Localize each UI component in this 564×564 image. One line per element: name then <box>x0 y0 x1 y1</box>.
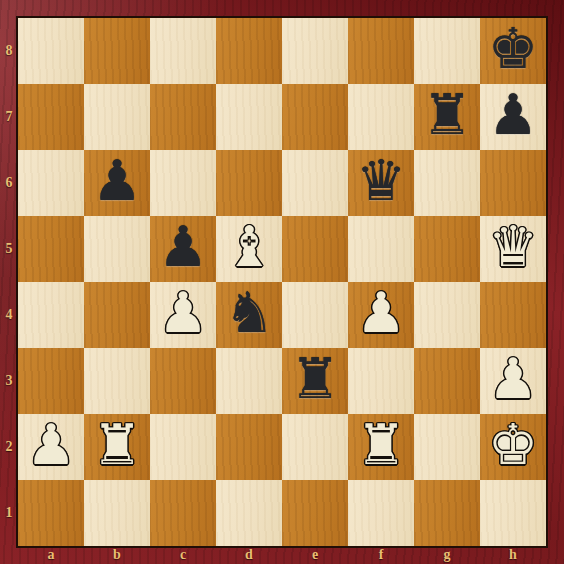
square-c8[interactable] <box>150 18 216 84</box>
square-g2[interactable] <box>414 414 480 480</box>
piece-white-pawn-icon[interactable]: ♟ <box>26 412 76 478</box>
piece-white-pawn-icon[interactable]: ♟ <box>158 280 208 346</box>
square-b2[interactable]: ♜ <box>84 414 150 480</box>
square-c5[interactable]: ♟ <box>150 216 216 282</box>
square-h6[interactable] <box>480 150 546 216</box>
rank-label-8: 8 <box>0 18 18 84</box>
piece-white-king-icon[interactable]: ♚ <box>488 412 538 478</box>
square-f8[interactable] <box>348 18 414 84</box>
chess-board: ♚♜♟♟♛♟♝♛♟♞♟♜♟♟♜♜♚ <box>18 18 546 546</box>
file-label-c: c <box>150 546 216 564</box>
square-g5[interactable] <box>414 216 480 282</box>
square-f6[interactable]: ♛ <box>348 150 414 216</box>
piece-white-rook-icon[interactable]: ♜ <box>92 412 142 478</box>
square-h8[interactable]: ♚ <box>480 18 546 84</box>
square-g4[interactable] <box>414 282 480 348</box>
piece-black-rook-icon[interactable]: ♜ <box>422 82 472 148</box>
square-c7[interactable] <box>150 84 216 150</box>
square-g3[interactable] <box>414 348 480 414</box>
piece-white-rook-icon[interactable]: ♜ <box>356 412 406 478</box>
square-b8[interactable] <box>84 18 150 84</box>
square-f5[interactable] <box>348 216 414 282</box>
rank-label-3: 3 <box>0 348 18 414</box>
square-h5[interactable]: ♛ <box>480 216 546 282</box>
square-a6[interactable] <box>18 150 84 216</box>
square-f1[interactable] <box>348 480 414 546</box>
square-a3[interactable] <box>18 348 84 414</box>
square-h1[interactable] <box>480 480 546 546</box>
square-b3[interactable] <box>84 348 150 414</box>
square-h3[interactable]: ♟ <box>480 348 546 414</box>
square-h4[interactable] <box>480 282 546 348</box>
square-g7[interactable]: ♜ <box>414 84 480 150</box>
square-d6[interactable] <box>216 150 282 216</box>
piece-black-knight-icon[interactable]: ♞ <box>224 280 274 346</box>
square-e1[interactable] <box>282 480 348 546</box>
square-g8[interactable] <box>414 18 480 84</box>
square-d8[interactable] <box>216 18 282 84</box>
square-g1[interactable] <box>414 480 480 546</box>
rank-label-7: 7 <box>0 84 18 150</box>
square-d5[interactable]: ♝ <box>216 216 282 282</box>
piece-black-king-icon[interactable]: ♚ <box>488 16 538 82</box>
square-f3[interactable] <box>348 348 414 414</box>
piece-white-queen-icon[interactable]: ♛ <box>488 214 538 280</box>
square-b1[interactable] <box>84 480 150 546</box>
square-b6[interactable]: ♟ <box>84 150 150 216</box>
square-a8[interactable] <box>18 18 84 84</box>
square-c6[interactable] <box>150 150 216 216</box>
square-a7[interactable] <box>18 84 84 150</box>
square-b5[interactable] <box>84 216 150 282</box>
square-e4[interactable] <box>282 282 348 348</box>
file-label-a: a <box>18 546 84 564</box>
square-b7[interactable] <box>84 84 150 150</box>
piece-white-pawn-icon[interactable]: ♟ <box>356 280 406 346</box>
square-e3[interactable]: ♜ <box>282 348 348 414</box>
rank-label-1: 1 <box>0 480 18 546</box>
square-f7[interactable] <box>348 84 414 150</box>
square-d4[interactable]: ♞ <box>216 282 282 348</box>
piece-black-queen-icon[interactable]: ♛ <box>356 148 406 214</box>
square-a4[interactable] <box>18 282 84 348</box>
piece-black-pawn-icon[interactable]: ♟ <box>92 148 142 214</box>
square-a2[interactable]: ♟ <box>18 414 84 480</box>
square-c1[interactable] <box>150 480 216 546</box>
piece-white-pawn-icon[interactable]: ♟ <box>488 346 538 412</box>
piece-black-rook-icon[interactable]: ♜ <box>290 346 340 412</box>
square-d1[interactable] <box>216 480 282 546</box>
file-label-e: e <box>282 546 348 564</box>
square-e2[interactable] <box>282 414 348 480</box>
rank-label-5: 5 <box>0 216 18 282</box>
square-e5[interactable] <box>282 216 348 282</box>
square-a5[interactable] <box>18 216 84 282</box>
square-e7[interactable] <box>282 84 348 150</box>
square-d3[interactable] <box>216 348 282 414</box>
square-h7[interactable]: ♟ <box>480 84 546 150</box>
file-label-f: f <box>348 546 414 564</box>
piece-white-bishop-icon[interactable]: ♝ <box>224 214 274 280</box>
square-b4[interactable] <box>84 282 150 348</box>
square-g6[interactable] <box>414 150 480 216</box>
square-h2[interactable]: ♚ <box>480 414 546 480</box>
square-f2[interactable]: ♜ <box>348 414 414 480</box>
square-e6[interactable] <box>282 150 348 216</box>
piece-black-pawn-icon[interactable]: ♟ <box>488 82 538 148</box>
square-f4[interactable]: ♟ <box>348 282 414 348</box>
square-c4[interactable]: ♟ <box>150 282 216 348</box>
file-label-h: h <box>480 546 546 564</box>
chess-diagram-frame: ♚♜♟♟♛♟♝♛♟♞♟♜♟♟♜♜♚ 87654321abcdefgh <box>0 0 564 564</box>
rank-label-6: 6 <box>0 150 18 216</box>
rank-label-4: 4 <box>0 282 18 348</box>
square-c2[interactable] <box>150 414 216 480</box>
file-label-g: g <box>414 546 480 564</box>
square-d2[interactable] <box>216 414 282 480</box>
square-e8[interactable] <box>282 18 348 84</box>
square-d7[interactable] <box>216 84 282 150</box>
piece-black-pawn-icon[interactable]: ♟ <box>158 214 208 280</box>
file-label-d: d <box>216 546 282 564</box>
square-c3[interactable] <box>150 348 216 414</box>
file-label-b: b <box>84 546 150 564</box>
rank-label-2: 2 <box>0 414 18 480</box>
square-a1[interactable] <box>18 480 84 546</box>
